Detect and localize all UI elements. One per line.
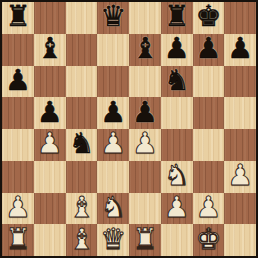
square-c8[interactable] [66,2,98,34]
square-a8[interactable]: ♜ [2,2,34,34]
square-d3[interactable] [97,161,129,193]
square-b2[interactable] [34,193,66,225]
piece-white-knight[interactable]: ♞ [164,161,190,190]
piece-white-pawn[interactable]: ♟ [195,193,221,222]
square-g8[interactable]: ♚ [193,2,225,34]
square-h2[interactable] [224,193,256,225]
square-d6[interactable] [97,66,129,98]
chess-board-frame: ♜♛♜♚♝♝♟♟♟♟♞♟♟♟♟♞♟♟♞♟♟♝♞♟♟♜♝♛♜♚ [0,0,258,258]
piece-white-pawn[interactable]: ♟ [164,193,190,222]
piece-white-queen[interactable]: ♛ [100,225,126,254]
piece-black-knight[interactable]: ♞ [164,66,190,95]
piece-white-pawn[interactable]: ♟ [100,129,126,158]
square-b1[interactable] [34,224,66,256]
chess-board: ♜♛♜♚♝♝♟♟♟♟♞♟♟♟♟♞♟♟♞♟♟♝♞♟♟♜♝♛♜♚ [2,2,256,256]
piece-black-bishop[interactable]: ♝ [37,34,63,63]
square-a4[interactable] [2,129,34,161]
square-a7[interactable] [2,34,34,66]
square-a1[interactable]: ♜ [2,224,34,256]
square-e7[interactable]: ♝ [129,34,161,66]
square-h1[interactable] [224,224,256,256]
square-f5[interactable] [161,97,193,129]
piece-black-queen[interactable]: ♛ [100,2,126,31]
piece-white-knight[interactable]: ♞ [100,193,126,222]
piece-black-rook[interactable]: ♜ [5,2,31,31]
square-c6[interactable] [66,66,98,98]
square-c1[interactable]: ♝ [66,224,98,256]
square-h3[interactable]: ♟ [224,161,256,193]
square-f2[interactable]: ♟ [161,193,193,225]
square-c3[interactable] [66,161,98,193]
square-g4[interactable] [193,129,225,161]
square-b7[interactable]: ♝ [34,34,66,66]
piece-black-rook[interactable]: ♜ [164,2,190,31]
square-e6[interactable] [129,66,161,98]
square-f4[interactable] [161,129,193,161]
square-d8[interactable]: ♛ [97,2,129,34]
piece-white-pawn[interactable]: ♟ [37,129,63,158]
square-b4[interactable]: ♟ [34,129,66,161]
square-b8[interactable] [34,2,66,34]
piece-white-pawn[interactable]: ♟ [132,129,158,158]
square-b6[interactable] [34,66,66,98]
piece-black-pawn[interactable]: ♟ [227,34,253,63]
square-f3[interactable]: ♞ [161,161,193,193]
square-c2[interactable]: ♝ [66,193,98,225]
square-f8[interactable]: ♜ [161,2,193,34]
square-h7[interactable]: ♟ [224,34,256,66]
piece-black-pawn[interactable]: ♟ [164,34,190,63]
square-d2[interactable]: ♞ [97,193,129,225]
square-e1[interactable]: ♜ [129,224,161,256]
square-e3[interactable] [129,161,161,193]
square-c5[interactable] [66,97,98,129]
square-g3[interactable] [193,161,225,193]
square-d5[interactable]: ♟ [97,97,129,129]
piece-black-pawn[interactable]: ♟ [132,98,158,127]
square-d7[interactable] [97,34,129,66]
square-b5[interactable]: ♟ [34,97,66,129]
piece-black-pawn[interactable]: ♟ [195,34,221,63]
square-d1[interactable]: ♛ [97,224,129,256]
square-d4[interactable]: ♟ [97,129,129,161]
piece-white-king[interactable]: ♚ [195,225,221,254]
piece-white-pawn[interactable]: ♟ [227,161,253,190]
square-h8[interactable] [224,2,256,34]
square-f6[interactable]: ♞ [161,66,193,98]
square-g1[interactable]: ♚ [193,224,225,256]
square-g6[interactable] [193,66,225,98]
piece-black-pawn[interactable]: ♟ [100,98,126,127]
square-c4[interactable]: ♞ [66,129,98,161]
square-a6[interactable]: ♟ [2,66,34,98]
square-h5[interactable] [224,97,256,129]
square-a3[interactable] [2,161,34,193]
square-g7[interactable]: ♟ [193,34,225,66]
piece-black-pawn[interactable]: ♟ [37,98,63,127]
piece-white-pawn[interactable]: ♟ [5,193,31,222]
square-h6[interactable] [224,66,256,98]
square-g5[interactable] [193,97,225,129]
square-c7[interactable] [66,34,98,66]
square-g2[interactable]: ♟ [193,193,225,225]
piece-white-bishop[interactable]: ♝ [68,193,94,222]
square-b3[interactable] [34,161,66,193]
piece-black-pawn[interactable]: ♟ [5,66,31,95]
square-e4[interactable]: ♟ [129,129,161,161]
square-e5[interactable]: ♟ [129,97,161,129]
square-a2[interactable]: ♟ [2,193,34,225]
piece-white-bishop[interactable]: ♝ [68,225,94,254]
piece-black-knight[interactable]: ♞ [68,129,94,158]
piece-white-rook[interactable]: ♜ [5,225,31,254]
square-e2[interactable] [129,193,161,225]
piece-black-king[interactable]: ♚ [195,2,221,31]
piece-black-bishop[interactable]: ♝ [132,34,158,63]
piece-white-rook[interactable]: ♜ [132,225,158,254]
square-a5[interactable] [2,97,34,129]
square-f1[interactable] [161,224,193,256]
square-h4[interactable] [224,129,256,161]
square-e8[interactable] [129,2,161,34]
square-f7[interactable]: ♟ [161,34,193,66]
